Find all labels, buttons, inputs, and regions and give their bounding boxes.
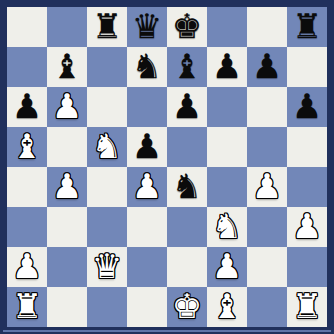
- piece-white-queen[interactable]: ♛: [92, 247, 122, 286]
- square-e1[interactable]: ♚: [167, 287, 207, 327]
- piece-black-rook[interactable]: ♜: [92, 7, 122, 46]
- piece-black-bishop[interactable]: ♝: [52, 47, 82, 86]
- square-a1[interactable]: ♜: [7, 287, 47, 327]
- square-g7[interactable]: ♟: [247, 47, 287, 87]
- square-c5[interactable]: ♞: [87, 127, 127, 167]
- square-e5[interactable]: [167, 127, 207, 167]
- square-f7[interactable]: ♟: [207, 47, 247, 87]
- square-g4[interactable]: ♟: [247, 167, 287, 207]
- square-c3[interactable]: [87, 207, 127, 247]
- square-a2[interactable]: ♟: [7, 247, 47, 287]
- square-c1[interactable]: [87, 287, 127, 327]
- square-a3[interactable]: [7, 207, 47, 247]
- square-e3[interactable]: [167, 207, 207, 247]
- square-a8[interactable]: [7, 7, 47, 47]
- square-c4[interactable]: [87, 167, 127, 207]
- square-b8[interactable]: [47, 7, 87, 47]
- piece-white-knight[interactable]: ♞: [212, 207, 242, 246]
- piece-black-pawn[interactable]: ♟: [212, 47, 242, 86]
- piece-black-pawn[interactable]: ♟: [132, 127, 162, 166]
- piece-white-rook[interactable]: ♜: [292, 287, 322, 326]
- piece-black-pawn[interactable]: ♟: [252, 47, 282, 86]
- square-h8[interactable]: ♜: [287, 7, 327, 47]
- square-d3[interactable]: [127, 207, 167, 247]
- square-g5[interactable]: [247, 127, 287, 167]
- square-e6[interactable]: ♟: [167, 87, 207, 127]
- piece-white-pawn[interactable]: ♟: [212, 247, 242, 286]
- square-a7[interactable]: [7, 47, 47, 87]
- frame-bevel-highlight: [3, 330, 331, 332]
- square-f8[interactable]: [207, 7, 247, 47]
- square-g1[interactable]: [247, 287, 287, 327]
- square-f2[interactable]: ♟: [207, 247, 247, 287]
- square-f3[interactable]: ♞: [207, 207, 247, 247]
- square-e7[interactable]: ♝: [167, 47, 207, 87]
- square-f6[interactable]: [207, 87, 247, 127]
- square-a4[interactable]: [7, 167, 47, 207]
- square-e4[interactable]: ♞: [167, 167, 207, 207]
- square-d8[interactable]: ♛: [127, 7, 167, 47]
- square-d1[interactable]: [127, 287, 167, 327]
- square-h7[interactable]: [287, 47, 327, 87]
- piece-black-bishop[interactable]: ♝: [172, 47, 202, 86]
- piece-white-bishop[interactable]: ♝: [212, 287, 242, 326]
- square-b5[interactable]: [47, 127, 87, 167]
- square-h6[interactable]: ♟: [287, 87, 327, 127]
- square-g8[interactable]: [247, 7, 287, 47]
- piece-black-queen[interactable]: ♛: [132, 7, 162, 46]
- square-h4[interactable]: [287, 167, 327, 207]
- square-c2[interactable]: ♛: [87, 247, 127, 287]
- square-d2[interactable]: [127, 247, 167, 287]
- square-b4[interactable]: ♟: [47, 167, 87, 207]
- piece-black-pawn[interactable]: ♟: [12, 87, 42, 126]
- piece-white-pawn[interactable]: ♟: [52, 167, 82, 206]
- square-h2[interactable]: [287, 247, 327, 287]
- square-e2[interactable]: [167, 247, 207, 287]
- piece-white-rook[interactable]: ♜: [12, 287, 42, 326]
- piece-white-pawn[interactable]: ♟: [52, 87, 82, 126]
- piece-black-knight[interactable]: ♞: [132, 47, 162, 86]
- square-g3[interactable]: [247, 207, 287, 247]
- square-h3[interactable]: ♟: [287, 207, 327, 247]
- piece-black-king[interactable]: ♚: [172, 7, 202, 46]
- chess-board: ♜♛♚♜♝♞♝♟♟♟♟♟♟♝♞♟♟♟♞♟♞♟♟♛♟♜♚♝♜: [7, 7, 327, 327]
- square-d6[interactable]: [127, 87, 167, 127]
- piece-black-pawn[interactable]: ♟: [172, 87, 202, 126]
- square-f5[interactable]: [207, 127, 247, 167]
- piece-white-pawn[interactable]: ♟: [252, 167, 282, 206]
- piece-white-pawn[interactable]: ♟: [12, 247, 42, 286]
- square-b2[interactable]: [47, 247, 87, 287]
- square-b1[interactable]: [47, 287, 87, 327]
- square-d4[interactable]: ♟: [127, 167, 167, 207]
- piece-white-knight[interactable]: ♞: [92, 127, 122, 166]
- square-g6[interactable]: [247, 87, 287, 127]
- square-g2[interactable]: [247, 247, 287, 287]
- square-a5[interactable]: ♝: [7, 127, 47, 167]
- square-f4[interactable]: [207, 167, 247, 207]
- piece-black-knight[interactable]: ♞: [172, 167, 202, 206]
- piece-white-pawn[interactable]: ♟: [292, 207, 322, 246]
- square-c7[interactable]: [87, 47, 127, 87]
- piece-white-bishop[interactable]: ♝: [12, 127, 42, 166]
- piece-black-rook[interactable]: ♜: [292, 7, 322, 46]
- piece-white-king[interactable]: ♚: [172, 287, 202, 326]
- square-b7[interactable]: ♝: [47, 47, 87, 87]
- square-d5[interactable]: ♟: [127, 127, 167, 167]
- piece-black-pawn[interactable]: ♟: [292, 87, 322, 126]
- square-b3[interactable]: [47, 207, 87, 247]
- chess-app-window: ♜♛♚♜♝♞♝♟♟♟♟♟♟♝♞♟♟♟♞♟♞♟♟♛♟♜♚♝♜: [0, 0, 334, 334]
- square-d7[interactable]: ♞: [127, 47, 167, 87]
- square-c8[interactable]: ♜: [87, 7, 127, 47]
- square-c6[interactable]: [87, 87, 127, 127]
- square-f1[interactable]: ♝: [207, 287, 247, 327]
- square-h5[interactable]: [287, 127, 327, 167]
- square-h1[interactable]: ♜: [287, 287, 327, 327]
- square-e8[interactable]: ♚: [167, 7, 207, 47]
- square-a6[interactable]: ♟: [7, 87, 47, 127]
- square-b6[interactable]: ♟: [47, 87, 87, 127]
- piece-white-pawn[interactable]: ♟: [132, 167, 162, 206]
